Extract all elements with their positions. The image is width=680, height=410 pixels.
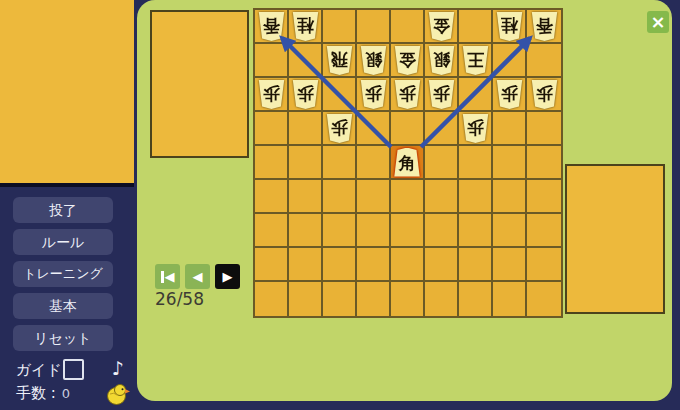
piece-silver-gote[interactable]: 銀: [428, 46, 455, 75]
training-button[interactable]: トレーニング: [13, 261, 113, 287]
piece-kanji: 歩: [428, 80, 455, 109]
move-count-value: 0: [62, 386, 70, 401]
board-cell[interactable]: [527, 180, 561, 214]
piece-pawn-gote[interactable]: 歩: [531, 80, 558, 109]
board-cell[interactable]: [527, 282, 561, 316]
sente-piece-stand: [565, 164, 665, 314]
guide-label: ガイド: [16, 361, 62, 380]
board-cell[interactable]: [459, 248, 493, 282]
basic-button[interactable]: 基本: [13, 293, 113, 319]
board-cell[interactable]: [323, 180, 357, 214]
board-cell[interactable]: 歩: [425, 78, 459, 112]
board-cell[interactable]: [289, 248, 323, 282]
piece-kanji: 銀: [428, 46, 455, 75]
board-cell[interactable]: [459, 282, 493, 316]
sidebar-panel-blank: [0, 0, 134, 187]
board-cell[interactable]: [493, 146, 527, 180]
board-cell[interactable]: [255, 44, 289, 78]
piece-kanji: 香: [258, 12, 285, 41]
board-cell[interactable]: [323, 10, 357, 44]
board-cell[interactable]: [459, 146, 493, 180]
board-cell[interactable]: [493, 112, 527, 146]
board-cell[interactable]: [255, 180, 289, 214]
board-cell[interactable]: [425, 180, 459, 214]
piece-kanji: 金: [428, 12, 455, 41]
board-cell[interactable]: 香: [527, 10, 561, 44]
board-cell[interactable]: [323, 282, 357, 316]
board-cell[interactable]: 歩: [391, 78, 425, 112]
board-cell[interactable]: [493, 180, 527, 214]
move-count-row: 手数 :0: [16, 384, 70, 403]
board-cell[interactable]: 歩: [459, 112, 493, 146]
board-cell[interactable]: [459, 78, 493, 112]
nav-next-button[interactable]: ▶: [215, 264, 240, 289]
next-triangle-icon: ▶: [223, 269, 233, 284]
guide-checkbox[interactable]: [63, 359, 84, 380]
piece-kanji: 金: [394, 46, 421, 75]
piece-kanji: 銀: [360, 46, 387, 75]
board-cell[interactable]: [323, 248, 357, 282]
board-cell[interactable]: 歩: [527, 78, 561, 112]
board-cell[interactable]: [527, 112, 561, 146]
board-cell[interactable]: [357, 180, 391, 214]
board-cell[interactable]: [391, 180, 425, 214]
board-cell[interactable]: [255, 146, 289, 180]
piece-pawn-gote[interactable]: 歩: [326, 114, 353, 143]
board-cell[interactable]: [289, 44, 323, 78]
piece-kanji: 桂: [496, 12, 523, 41]
board-cell[interactable]: [459, 180, 493, 214]
board-cell[interactable]: [357, 214, 391, 248]
prev-triangle-icon: ◀: [193, 269, 203, 284]
board-cell[interactable]: [527, 44, 561, 78]
board-cell[interactable]: 歩: [289, 78, 323, 112]
board-cell[interactable]: [255, 112, 289, 146]
piece-pawn-gote[interactable]: 歩: [292, 80, 319, 109]
piece-knight-gote[interactable]: 桂: [496, 12, 523, 41]
board-cell[interactable]: [493, 248, 527, 282]
board-cell[interactable]: [289, 282, 323, 316]
board-cell[interactable]: [357, 10, 391, 44]
board-cell[interactable]: [425, 112, 459, 146]
board-cell[interactable]: [289, 112, 323, 146]
piece-knight-gote[interactable]: 桂: [292, 12, 319, 41]
resign-button[interactable]: 投了: [13, 197, 113, 223]
piece-pawn-gote[interactable]: 歩: [428, 80, 455, 109]
piece-kanji: 歩: [394, 80, 421, 109]
piece-kanji: 角: [394, 148, 421, 177]
board-cell[interactable]: [357, 146, 391, 180]
game-panel: × 香桂金桂香飛銀金銀王歩歩歩歩歩歩歩歩歩角 ◀ ◀ ▶ 26/58: [137, 0, 672, 401]
board-cell[interactable]: [527, 146, 561, 180]
piece-kanji: 飛: [326, 46, 353, 75]
piece-king-gote[interactable]: 王: [462, 46, 489, 75]
app-window: 投了 ルール トレーニング 基本 リセット ガイド ♪ 手数 :0 × 香桂金桂…: [0, 0, 680, 410]
rules-button[interactable]: ルール: [13, 229, 113, 255]
board-cell[interactable]: 歩: [493, 78, 527, 112]
board-cell[interactable]: [459, 10, 493, 44]
piece-bishop-sente[interactable]: 角: [394, 148, 421, 177]
board-cell[interactable]: [391, 10, 425, 44]
first-bar-icon: [161, 271, 164, 283]
first-triangle-icon: ◀: [165, 269, 175, 284]
piece-kanji: 歩: [326, 114, 353, 143]
board-cell[interactable]: 銀: [425, 44, 459, 78]
piece-kanji: 王: [462, 46, 489, 75]
board-cell[interactable]: 香: [255, 10, 289, 44]
board-cell[interactable]: [357, 282, 391, 316]
board-cell[interactable]: 金: [391, 44, 425, 78]
board-cell[interactable]: [391, 248, 425, 282]
piece-kanji: 桂: [292, 12, 319, 41]
piece-lance-gote[interactable]: 香: [258, 12, 285, 41]
piece-kanji: 歩: [292, 80, 319, 109]
piece-pawn-gote[interactable]: 歩: [258, 80, 285, 109]
board-cell[interactable]: [425, 214, 459, 248]
board-cell[interactable]: [255, 282, 289, 316]
board-cell[interactable]: 桂: [289, 10, 323, 44]
board-cell[interactable]: [323, 78, 357, 112]
piece-gold-gote[interactable]: 金: [428, 12, 455, 41]
nav-prev-button[interactable]: ◀: [185, 264, 210, 289]
board-cell[interactable]: [527, 248, 561, 282]
board-cell[interactable]: 銀: [357, 44, 391, 78]
piece-gold-gote[interactable]: 金: [394, 46, 421, 75]
board-cell[interactable]: [425, 146, 459, 180]
board-cell[interactable]: [323, 214, 357, 248]
position-counter: 26/58: [155, 289, 204, 309]
close-icon[interactable]: ×: [647, 11, 669, 33]
board-cell[interactable]: 金: [425, 10, 459, 44]
board-cell[interactable]: [391, 282, 425, 316]
board-cell[interactable]: 王: [459, 44, 493, 78]
board-cell[interactable]: [391, 214, 425, 248]
piece-kanji: 歩: [496, 80, 523, 109]
board-cell[interactable]: [255, 214, 289, 248]
gote-piece-stand: [150, 10, 249, 158]
board-cell[interactable]: [357, 248, 391, 282]
piece-pawn-gote[interactable]: 歩: [360, 80, 387, 109]
board-cell[interactable]: [289, 146, 323, 180]
chick-mascot-icon: [106, 382, 130, 406]
board-cell[interactable]: [493, 214, 527, 248]
shogi-board: 香桂金桂香飛銀金銀王歩歩歩歩歩歩歩歩歩角: [253, 8, 563, 318]
nav-first-button[interactable]: ◀: [155, 264, 180, 289]
piece-kanji: 歩: [360, 80, 387, 109]
move-count-label: 手数 :: [16, 384, 56, 402]
board-cell[interactable]: 桂: [493, 10, 527, 44]
piece-kanji: 香: [531, 12, 558, 41]
piece-kanji: 歩: [531, 80, 558, 109]
board-cell[interactable]: [459, 214, 493, 248]
music-note-icon[interactable]: ♪: [112, 357, 124, 379]
board-cell[interactable]: 角: [391, 146, 425, 180]
piece-kanji: 歩: [258, 80, 285, 109]
board-cell[interactable]: [391, 112, 425, 146]
reset-button[interactable]: リセット: [13, 325, 113, 351]
board-cell[interactable]: 歩: [323, 112, 357, 146]
piece-kanji: 歩: [462, 114, 489, 143]
board-cell[interactable]: [289, 214, 323, 248]
board-cell[interactable]: [527, 214, 561, 248]
board-cell[interactable]: [493, 44, 527, 78]
board-cell[interactable]: [425, 248, 459, 282]
board-cell[interactable]: 飛: [323, 44, 357, 78]
piece-rook-gote[interactable]: 飛: [326, 46, 353, 75]
piece-pawn-gote[interactable]: 歩: [462, 114, 489, 143]
board-cell[interactable]: [289, 180, 323, 214]
board-cell[interactable]: [323, 146, 357, 180]
guide-row: ガイド ♪: [16, 359, 134, 381]
board-cell[interactable]: [255, 248, 289, 282]
board-cell[interactable]: [425, 282, 459, 316]
board-cell[interactable]: [493, 282, 527, 316]
piece-pawn-gote[interactable]: 歩: [394, 80, 421, 109]
board-cell[interactable]: [357, 112, 391, 146]
board-cell[interactable]: 歩: [255, 78, 289, 112]
piece-silver-gote[interactable]: 銀: [360, 46, 387, 75]
board-cell[interactable]: 歩: [357, 78, 391, 112]
piece-pawn-gote[interactable]: 歩: [496, 80, 523, 109]
piece-lance-gote[interactable]: 香: [531, 12, 558, 41]
